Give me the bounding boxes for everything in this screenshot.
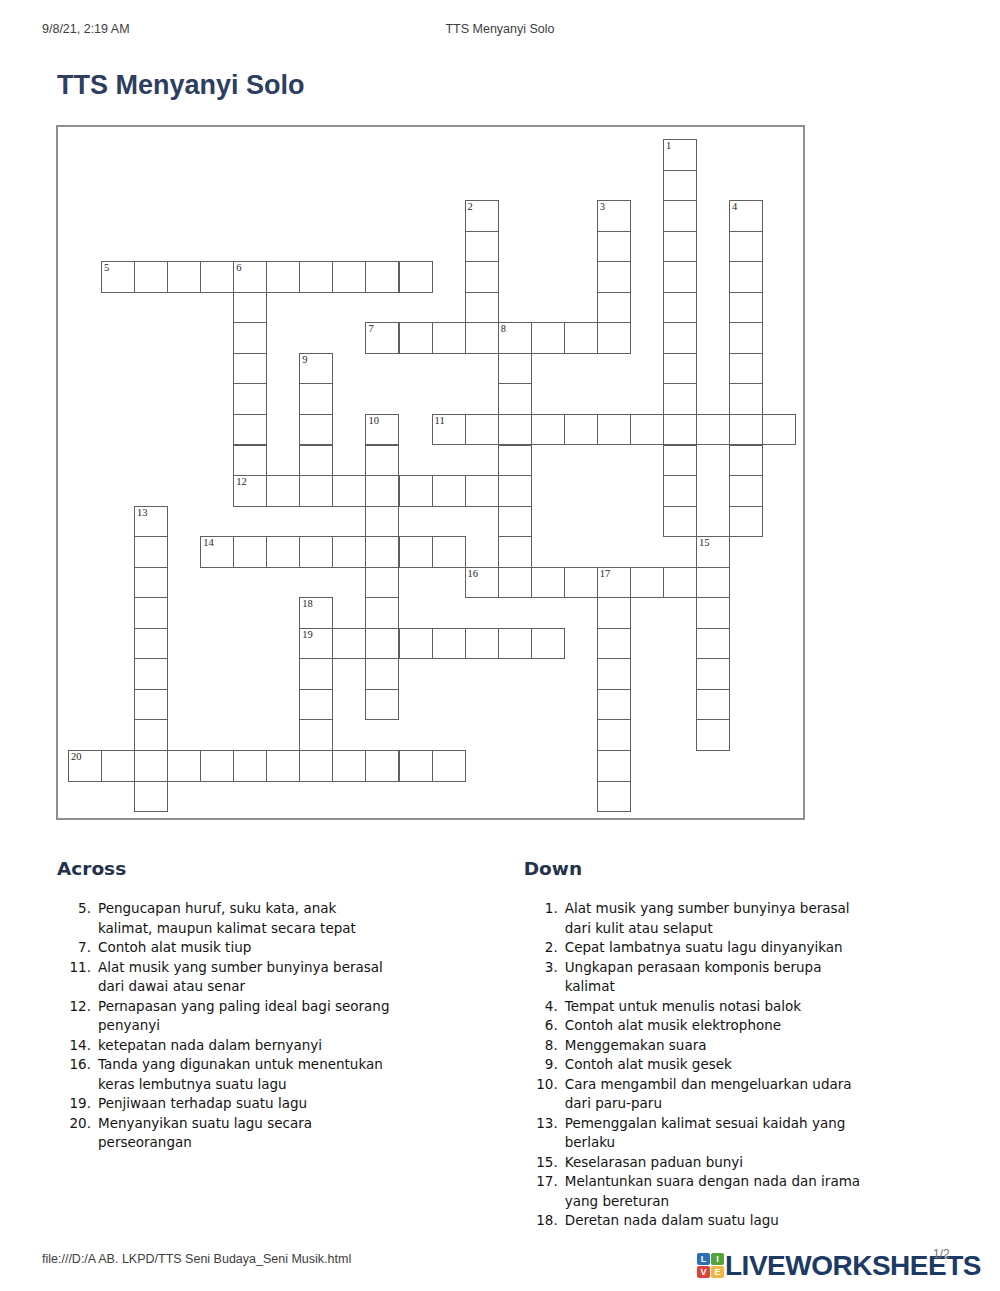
clue-item-number: 15. xyxy=(524,1153,558,1173)
page-title: TTS Menyanyi Solo xyxy=(57,70,305,101)
clue-item-text: Menggemakan suara xyxy=(565,1036,707,1056)
clue-item-text: Pengucapan huruf, suku kata, anak kalima… xyxy=(98,899,356,938)
clue-item: 1.Alat musik yang sumber bunyinya berasa… xyxy=(524,899,957,938)
clue-number: 20 xyxy=(71,751,82,763)
crossword-cell[interactable] xyxy=(498,567,532,599)
crossword-cell[interactable] xyxy=(299,475,333,507)
crossword-cell[interactable] xyxy=(233,750,267,782)
crossword-cell[interactable] xyxy=(729,353,763,385)
clue-item-text: Contoh alat musik tiup xyxy=(98,938,251,958)
crossword-cell[interactable] xyxy=(564,414,598,446)
logo-letter-square: I xyxy=(711,1253,724,1265)
crossword-cell[interactable] xyxy=(134,261,168,293)
crossword-cell[interactable] xyxy=(597,322,631,354)
crossword-cell[interactable] xyxy=(564,567,598,599)
crossword-cell[interactable] xyxy=(299,414,333,446)
clue-item: 8.Menggemakan suara xyxy=(524,1036,957,1056)
clue-number: 2 xyxy=(468,201,473,213)
crossword-cell[interactable] xyxy=(233,322,267,354)
crossword-cell[interactable] xyxy=(696,719,730,751)
crossword-cell[interactable] xyxy=(365,750,399,782)
clue-item-number: 2. xyxy=(524,938,558,958)
crossword-cell[interactable] xyxy=(167,750,201,782)
clue-number: 19 xyxy=(302,629,313,641)
clue-number: 4 xyxy=(732,201,737,213)
crossword-cell[interactable]: 20 xyxy=(68,750,102,782)
crossword-cell[interactable] xyxy=(729,445,763,477)
crossword-cell[interactable] xyxy=(299,261,333,293)
footer-file-path: file:///D:/A AB. LKPD/TTS Seni Budaya_Se… xyxy=(42,1252,351,1266)
clue-item-number: 17. xyxy=(524,1172,558,1211)
crossword-cell[interactable]: 8 xyxy=(498,322,532,354)
clue-item-text: Cara mengambil dan mengeluarkan udara da… xyxy=(565,1075,852,1114)
clue-number: 11 xyxy=(435,415,445,427)
crossword-cell[interactable] xyxy=(498,414,532,446)
clue-item-text: Pernapasan yang paling ideal bagi seoran… xyxy=(98,997,389,1036)
clue-item-number: 3. xyxy=(524,958,558,997)
crossword-cell[interactable] xyxy=(597,292,631,324)
crossword-cell[interactable] xyxy=(498,445,532,477)
crossword-cell[interactable] xyxy=(498,506,532,538)
crossword-cell[interactable] xyxy=(167,261,201,293)
crossword-cell[interactable]: 19 xyxy=(299,628,333,660)
clue-number: 6 xyxy=(236,262,241,274)
clue-item-text: Alat musik yang sumber bunyinya berasal … xyxy=(98,958,383,997)
crossword-cell[interactable] xyxy=(465,475,499,507)
crossword-cell[interactable] xyxy=(663,414,697,446)
crossword-cell[interactable] xyxy=(696,658,730,690)
crossword-cell[interactable] xyxy=(663,231,697,263)
crossword-cell[interactable] xyxy=(332,261,366,293)
down-clues: Down 1.Alat musik yang sumber bunyinya b… xyxy=(524,858,957,1231)
crossword-cell[interactable]: 5 xyxy=(101,261,135,293)
crossword-cell[interactable] xyxy=(663,506,697,538)
crossword-cell[interactable] xyxy=(399,322,433,354)
crossword-cell[interactable] xyxy=(432,750,466,782)
clue-item-text: Keselarasan paduan bunyi xyxy=(565,1153,743,1173)
crossword-cell[interactable]: 13 xyxy=(134,506,168,538)
crossword-cell[interactable] xyxy=(134,536,168,568)
crossword-cell[interactable] xyxy=(729,261,763,293)
crossword-cell[interactable] xyxy=(432,536,466,568)
clue-item: 2.Cepat lambatnya suatu lagu dinyanyikan xyxy=(524,938,957,958)
crossword-cell[interactable] xyxy=(597,628,631,660)
crossword-cell[interactable] xyxy=(696,414,730,446)
clue-number: 16 xyxy=(468,568,479,580)
clue-item-number: 10. xyxy=(524,1075,558,1114)
clue-item-number: 18. xyxy=(524,1211,558,1231)
crossword-cell[interactable] xyxy=(729,506,763,538)
clue-item: 7.Contoh alat musik tiup xyxy=(57,938,481,958)
clue-item: 19.Penjiwaan terhadap suatu lagu xyxy=(57,1094,481,1114)
crossword-cell[interactable] xyxy=(365,658,399,690)
clue-item-number: 9. xyxy=(524,1055,558,1075)
crossword-cell[interactable] xyxy=(663,383,697,415)
crossword-cell[interactable] xyxy=(663,170,697,202)
crossword-cell[interactable] xyxy=(299,383,333,415)
clue-item: 13.Pemenggalan kalimat sesuai kaidah yan… xyxy=(524,1114,957,1153)
crossword-cell[interactable] xyxy=(233,536,267,568)
crossword-cell[interactable] xyxy=(399,750,433,782)
crossword-cell[interactable] xyxy=(597,781,631,813)
clue-item-text: Contoh alat musik elektrophone xyxy=(565,1016,781,1036)
crossword-cell[interactable] xyxy=(465,261,499,293)
crossword-cell[interactable] xyxy=(399,475,433,507)
crossword-cell[interactable]: 16 xyxy=(465,567,499,599)
crossword-cell[interactable] xyxy=(365,536,399,568)
clue-item-text: Deretan nada dalam suatu lagu xyxy=(565,1211,779,1231)
crossword-cell[interactable] xyxy=(465,292,499,324)
crossword-cell[interactable]: 3 xyxy=(597,200,631,232)
clue-item-text: Cepat lambatnya suatu lagu dinyanyikan xyxy=(565,938,843,958)
crossword-cell[interactable] xyxy=(729,292,763,324)
clue-number: 12 xyxy=(236,476,247,488)
crossword-cell[interactable]: 11 xyxy=(432,414,466,446)
clue-item-number: 19. xyxy=(57,1094,91,1114)
crossword-cell[interactable] xyxy=(365,597,399,629)
crossword-cell[interactable] xyxy=(134,689,168,721)
logo-letter-square: L xyxy=(697,1253,710,1265)
logo-letter-square: V xyxy=(697,1266,710,1278)
crossword-cell[interactable] xyxy=(729,231,763,263)
across-clue-list: 5.Pengucapan huruf, suku kata, anak kali… xyxy=(57,899,481,1153)
crossword-cell[interactable] xyxy=(597,597,631,629)
crossword-cell[interactable] xyxy=(531,628,565,660)
crossword-cell[interactable]: 1 xyxy=(663,139,697,171)
crossword-cell[interactable] xyxy=(597,261,631,293)
crossword-grid: 1234567891011121314151617181920 xyxy=(56,125,805,820)
crossword-cell[interactable] xyxy=(134,597,168,629)
clue-number: 14 xyxy=(203,537,214,549)
down-clue-list: 1.Alat musik yang sumber bunyinya berasa… xyxy=(524,899,957,1231)
clue-number: 15 xyxy=(699,537,710,549)
crossword-cell[interactable] xyxy=(729,414,763,446)
crossword-cell[interactable] xyxy=(465,628,499,660)
crossword-cell[interactable] xyxy=(134,750,168,782)
crossword-cell[interactable] xyxy=(432,628,466,660)
crossword-cell[interactable] xyxy=(332,475,366,507)
crossword-cell[interactable] xyxy=(630,567,664,599)
across-clues: Across 5.Pengucapan huruf, suku kata, an… xyxy=(57,858,481,1231)
crossword-cell[interactable] xyxy=(365,261,399,293)
across-heading: Across xyxy=(57,858,481,879)
crossword-cell[interactable] xyxy=(498,628,532,660)
crossword-cell[interactable] xyxy=(365,567,399,599)
crossword-cell[interactable] xyxy=(498,353,532,385)
crossword-cell[interactable] xyxy=(729,322,763,354)
crossword-cell[interactable] xyxy=(200,750,234,782)
clue-number: 9 xyxy=(302,354,307,366)
page-number: 1/2 xyxy=(933,1247,950,1261)
crossword-cell[interactable] xyxy=(365,506,399,538)
crossword-cell[interactable] xyxy=(696,689,730,721)
crossword-cell[interactable] xyxy=(134,658,168,690)
crossword-cell[interactable] xyxy=(597,750,631,782)
clue-item-number: 1. xyxy=(524,899,558,938)
clues-section: Across 5.Pengucapan huruf, suku kata, an… xyxy=(57,858,957,1231)
clue-number: 18 xyxy=(302,598,313,610)
crossword-cell[interactable] xyxy=(729,475,763,507)
down-heading: Down xyxy=(524,858,957,879)
clue-item-number: 11. xyxy=(57,958,91,997)
crossword-cell[interactable] xyxy=(332,628,366,660)
crossword-cell[interactable] xyxy=(365,445,399,477)
crossword-cell[interactable] xyxy=(332,536,366,568)
clue-item: 16.Tanda yang digunakan untuk menentukan… xyxy=(57,1055,481,1094)
crossword-cell[interactable] xyxy=(531,567,565,599)
crossword-cell[interactable]: 18 xyxy=(299,597,333,629)
clue-number: 10 xyxy=(368,415,379,427)
crossword-cell[interactable] xyxy=(365,475,399,507)
crossword-cell[interactable] xyxy=(498,475,532,507)
crossword-cell[interactable] xyxy=(762,414,796,446)
crossword-cell[interactable] xyxy=(531,322,565,354)
clue-number: 8 xyxy=(501,323,506,335)
crossword-cell[interactable] xyxy=(432,322,466,354)
clue-item: 15.Keselarasan paduan bunyi xyxy=(524,1153,957,1173)
crossword-cell[interactable]: 4 xyxy=(729,200,763,232)
clue-item: 10.Cara mengambil dan mengeluarkan udara… xyxy=(524,1075,957,1114)
clue-number: 3 xyxy=(600,201,605,213)
crossword-cell[interactable] xyxy=(498,536,532,568)
clue-item: 6.Contoh alat musik elektrophone xyxy=(524,1016,957,1036)
crossword-cell[interactable] xyxy=(597,719,631,751)
clue-item: 11.Alat musik yang sumber bunyinya beras… xyxy=(57,958,481,997)
clue-item-text: Pemenggalan kalimat sesuai kaidah yang b… xyxy=(565,1114,846,1153)
crossword-cell[interactable] xyxy=(399,261,433,293)
clue-item-text: Alat musik yang sumber bunyinya berasal … xyxy=(565,899,850,938)
crossword-cell[interactable] xyxy=(597,658,631,690)
crossword-cell[interactable] xyxy=(233,353,267,385)
crossword-cell[interactable] xyxy=(200,261,234,293)
clue-item-number: 13. xyxy=(524,1114,558,1153)
crossword-cell[interactable]: 17 xyxy=(597,567,631,599)
clue-item: 4.Tempat untuk menulis notasi balok xyxy=(524,997,957,1017)
clue-item: 17.Melantunkan suara dengan nada dan ira… xyxy=(524,1172,957,1211)
crossword-cell[interactable] xyxy=(233,383,267,415)
crossword-cell[interactable] xyxy=(663,261,697,293)
crossword-cell[interactable] xyxy=(266,750,300,782)
crossword-cell[interactable] xyxy=(663,353,697,385)
clue-item-number: 12. xyxy=(57,997,91,1036)
crossword-cell[interactable] xyxy=(663,475,697,507)
clue-item: 9.Contoh alat musik gesek xyxy=(524,1055,957,1075)
crossword-cell[interactable] xyxy=(299,719,333,751)
crossword-cell[interactable] xyxy=(597,689,631,721)
clue-item: 18.Deretan nada dalam suatu lagu xyxy=(524,1211,957,1231)
crossword-cell[interactable] xyxy=(663,200,697,232)
crossword-cell[interactable] xyxy=(299,689,333,721)
clue-item-number: 8. xyxy=(524,1036,558,1056)
clue-item-text: Menyanyikan suatu lagu secara perseorang… xyxy=(98,1114,312,1153)
clue-item-number: 5. xyxy=(57,899,91,938)
crossword-cell[interactable] xyxy=(465,414,499,446)
crossword-cell[interactable] xyxy=(729,383,763,415)
clue-item-number: 6. xyxy=(524,1016,558,1036)
crossword-cell[interactable] xyxy=(630,414,664,446)
crossword-cell[interactable] xyxy=(299,658,333,690)
crossword-cell[interactable] xyxy=(266,536,300,568)
clue-item-text: Tempat untuk menulis notasi balok xyxy=(565,997,801,1017)
crossword-cell[interactable]: 14 xyxy=(200,536,234,568)
crossword-cell[interactable] xyxy=(696,567,730,599)
crossword-cell[interactable]: 10 xyxy=(365,414,399,446)
header-doc-title: TTS Menyanyi Solo xyxy=(42,22,958,36)
crossword-cell[interactable] xyxy=(663,445,697,477)
crossword-cell[interactable] xyxy=(465,322,499,354)
logo-letter-square: E xyxy=(711,1266,724,1278)
crossword-cell[interactable] xyxy=(134,628,168,660)
crossword-cell[interactable]: 9 xyxy=(299,353,333,385)
crossword-cell[interactable]: 2 xyxy=(465,200,499,232)
clue-item-text: Melantunkan suara dengan nada dan irama … xyxy=(565,1172,860,1211)
crossword-cell[interactable] xyxy=(365,628,399,660)
crossword-cell[interactable] xyxy=(365,689,399,721)
crossword-cell[interactable] xyxy=(134,781,168,813)
crossword-cell[interactable] xyxy=(531,414,565,446)
crossword-cell[interactable] xyxy=(663,322,697,354)
clue-item-number: 4. xyxy=(524,997,558,1017)
clue-number: 17 xyxy=(600,568,611,580)
crossword-cell[interactable] xyxy=(696,597,730,629)
crossword-cell[interactable]: 12 xyxy=(233,475,267,507)
crossword-cell[interactable]: 15 xyxy=(696,536,730,568)
crossword-cell[interactable] xyxy=(696,628,730,660)
liveworksheets-logo-icon: LIVE xyxy=(697,1253,724,1279)
crossword-cell[interactable] xyxy=(101,750,135,782)
clue-item-text: Penjiwaan terhadap suatu lagu xyxy=(98,1094,307,1114)
clue-number: 5 xyxy=(104,262,109,274)
crossword-cell[interactable] xyxy=(498,383,532,415)
crossword-cell[interactable] xyxy=(299,750,333,782)
clue-item-number: 7. xyxy=(57,938,91,958)
crossword-cell[interactable] xyxy=(399,536,433,568)
clue-item: 3.Ungkapan perasaan komponis berupa kali… xyxy=(524,958,957,997)
crossword-cell[interactable] xyxy=(597,231,631,263)
crossword-cell[interactable] xyxy=(663,567,697,599)
crossword-cell[interactable] xyxy=(299,536,333,568)
crossword-cell[interactable] xyxy=(465,231,499,263)
clue-item: 14.ketepatan nada dalam bernyanyi xyxy=(57,1036,481,1056)
clue-number: 7 xyxy=(368,323,373,335)
crossword-cell[interactable] xyxy=(564,322,598,354)
crossword-cell[interactable] xyxy=(134,719,168,751)
crossword-cell[interactable] xyxy=(266,261,300,293)
crossword-cell[interactable] xyxy=(432,475,466,507)
crossword-cell[interactable] xyxy=(399,628,433,660)
clue-number: 13 xyxy=(137,507,148,519)
crossword-cell[interactable] xyxy=(663,292,697,324)
crossword-cell[interactable] xyxy=(134,567,168,599)
crossword-cell[interactable]: 6 xyxy=(233,261,267,293)
clue-item-text: Ungkapan perasaan komponis berupa kalima… xyxy=(565,958,822,997)
clue-item: 12.Pernapasan yang paling ideal bagi seo… xyxy=(57,997,481,1036)
crossword-cell[interactable] xyxy=(233,414,267,446)
crossword-cell[interactable]: 7 xyxy=(365,322,399,354)
clue-item-text: Tanda yang digunakan untuk menentukan ke… xyxy=(98,1055,383,1094)
clue-item-number: 20. xyxy=(57,1114,91,1153)
clue-number: 1 xyxy=(666,140,671,152)
print-header: 9/8/21, 2:19 AM TTS Menyanyi Solo xyxy=(42,22,958,36)
clue-item-text: ketepatan nada dalam bernyanyi xyxy=(98,1036,322,1056)
clue-item-number: 14. xyxy=(57,1036,91,1056)
crossword-cell[interactable] xyxy=(266,475,300,507)
crossword-cell[interactable] xyxy=(332,750,366,782)
clue-item: 5.Pengucapan huruf, suku kata, anak kali… xyxy=(57,899,481,938)
worksheet-page: 9/8/21, 2:19 AM TTS Menyanyi Solo TTS Me… xyxy=(0,0,1000,1291)
crossword-cell[interactable] xyxy=(597,414,631,446)
clue-item-number: 16. xyxy=(57,1055,91,1094)
clue-item: 20.Menyanyikan suatu lagu secara perseor… xyxy=(57,1114,481,1153)
clue-item-text: Contoh alat musik gesek xyxy=(565,1055,732,1075)
crossword-cell[interactable] xyxy=(233,292,267,324)
crossword-cell[interactable] xyxy=(299,445,333,477)
crossword-cell[interactable] xyxy=(233,445,267,477)
